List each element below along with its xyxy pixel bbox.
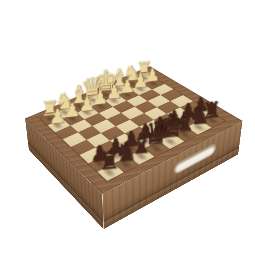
chess-box: ♜♟♟♜♞♟♟♞♝♟♟♝♚♟♟♚♛♟♟♛♝♟♟♝♞♟♟♞♜♟♟♜ xyxy=(25,66,243,194)
camera-tilt-wrapper: ♜♟♟♜♞♟♟♞♝♟♟♝♚♟♟♚♛♟♟♛♝♟♟♝♞♟♟♞♜♟♟♜ xyxy=(1,0,255,255)
white-pawn-piece: ♟ xyxy=(40,105,76,128)
square-a8: ♜ xyxy=(97,164,123,181)
black-rook-piece: ♜ xyxy=(89,147,130,175)
chess-set-photo: ♜♟♟♜♞♟♟♞♝♟♟♝♚♟♟♚♛♟♟♛♝♟♟♝♞♟♟♞♜♟♟♜ xyxy=(0,0,255,255)
